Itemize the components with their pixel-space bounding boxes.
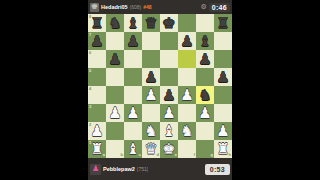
square-e6[interactable] (160, 50, 178, 68)
white-pawn-c3: ♟ (124, 104, 142, 122)
top-player-bar: ♚ Hedadri05 (608) #48 ⚙ 0:46 (88, 0, 232, 14)
square-c3[interactable]: ♟ (124, 104, 142, 122)
square-g3[interactable]: ♟ (196, 104, 214, 122)
square-h4[interactable] (214, 86, 232, 104)
rank-label-3: 3 (89, 105, 91, 109)
square-e2[interactable]: ♝ (160, 122, 178, 140)
avatar-pawn-icon: ♟ (92, 165, 99, 173)
file-label-h: h (229, 153, 231, 157)
square-f8[interactable] (178, 14, 196, 32)
white-pawn-h2: ♟ (214, 122, 232, 140)
square-g5[interactable] (196, 68, 214, 86)
black-pawn-h5: ♟ (214, 68, 232, 86)
black-bishop-g7: ♝ (196, 32, 214, 50)
bottom-player-rating: (751) (137, 166, 149, 172)
top-player-avatar[interactable]: ♚ (90, 3, 99, 12)
square-f7[interactable]: ♟ (178, 32, 196, 50)
square-d2[interactable]: ♞ (142, 122, 160, 140)
square-a7[interactable]: 7♟ (88, 32, 106, 50)
rank-label-7: 7 (89, 33, 91, 37)
square-f1[interactable]: f (178, 140, 196, 158)
square-c4[interactable] (124, 86, 142, 104)
square-f5[interactable] (178, 68, 196, 86)
white-knight-d2: ♞ (142, 122, 160, 140)
square-e7[interactable] (160, 32, 178, 50)
file-label-e: e (175, 153, 177, 157)
square-a3[interactable]: 3 (88, 104, 106, 122)
white-pawn-f4: ♟ (178, 86, 196, 104)
black-pawn-b6: ♟ (106, 50, 124, 68)
square-e1[interactable]: e♚ (160, 140, 178, 158)
square-d3[interactable] (142, 104, 160, 122)
black-knight-g4: ♞ (196, 86, 214, 104)
white-bishop-e2: ♝ (160, 122, 178, 140)
square-h7[interactable] (214, 32, 232, 50)
square-d7[interactable] (142, 32, 160, 50)
rank-label-8: 8 (89, 15, 91, 19)
square-a4[interactable]: 4 (88, 86, 106, 104)
square-d4[interactable]: ♟ (142, 86, 160, 104)
file-label-g: g (211, 153, 213, 157)
bottom-player-name: Pebblepaw2 (103, 166, 135, 172)
black-king-e8: ♚ (160, 14, 178, 32)
rank-label-1: 1 (89, 141, 91, 145)
black-queen-d8: ♛ (142, 14, 160, 32)
square-b5[interactable] (106, 68, 124, 86)
avatar-king-icon: ♚ (91, 3, 98, 11)
square-f3[interactable] (178, 104, 196, 122)
file-label-f: f (194, 153, 195, 157)
top-player-clock: 0:46 (209, 3, 230, 12)
chess-board[interactable]: 8♜♞♝♛♚♜7♟♟♟♝6♟♟5♟♟4♟♟♟♞3♟♟♟♟2♟♞♝♞♟1a♜bc♝… (88, 14, 232, 158)
square-a2[interactable]: 2♟ (88, 122, 106, 140)
square-e5[interactable] (160, 68, 178, 86)
rank-label-5: 5 (89, 69, 91, 73)
square-h8[interactable]: ♜ (214, 14, 232, 32)
square-f2[interactable]: ♞ (178, 122, 196, 140)
game-panel: ♚ Hedadri05 (608) #48 ⚙ 0:46 8♜♞♝♛♚♜7♟♟♟… (88, 0, 232, 180)
black-pawn-g6: ♟ (196, 50, 214, 68)
bottom-player-clock: 0:53 (205, 164, 230, 175)
square-e4[interactable]: ♟ (160, 86, 178, 104)
top-player-rating: (608) (130, 4, 142, 10)
square-g8[interactable] (196, 14, 214, 32)
square-g7[interactable]: ♝ (196, 32, 214, 50)
square-b4[interactable] (106, 86, 124, 104)
square-g2[interactable] (196, 122, 214, 140)
square-h6[interactable] (214, 50, 232, 68)
square-b2[interactable] (106, 122, 124, 140)
black-rook-h8: ♜ (214, 14, 232, 32)
black-knight-b8: ♞ (106, 14, 124, 32)
file-label-a: a (103, 153, 105, 157)
square-b8[interactable]: ♞ (106, 14, 124, 32)
square-c1[interactable]: c♝ (124, 140, 142, 158)
settings-gear-icon[interactable]: ⚙ (201, 4, 207, 11)
file-label-d: d (157, 153, 159, 157)
white-pawn-d4: ♟ (142, 86, 160, 104)
square-b1[interactable]: b (106, 140, 124, 158)
square-f4[interactable]: ♟ (178, 86, 196, 104)
square-a5[interactable]: 5 (88, 68, 106, 86)
square-c8[interactable]: ♝ (124, 14, 142, 32)
bottom-player-avatar[interactable]: ♟ (90, 164, 101, 175)
rank-label-2: 2 (89, 123, 91, 127)
square-b3[interactable]: ♟ (106, 104, 124, 122)
letterboxed-screen: ♚ Hedadri05 (608) #48 ⚙ 0:46 8♜♞♝♛♚♜7♟♟♟… (0, 0, 320, 180)
white-pawn-g3: ♟ (196, 104, 214, 122)
top-player-name: Hedadri05 (101, 4, 128, 10)
white-pawn-e3: ♟ (160, 104, 178, 122)
square-a1[interactable]: 1a♜ (88, 140, 106, 158)
square-c5[interactable] (124, 68, 142, 86)
square-e3[interactable]: ♟ (160, 104, 178, 122)
square-a6[interactable]: 6 (88, 50, 106, 68)
square-a8[interactable]: 8♜ (88, 14, 106, 32)
rank-label-4: 4 (89, 87, 91, 91)
square-d8[interactable]: ♛ (142, 14, 160, 32)
square-e8[interactable]: ♚ (160, 14, 178, 32)
black-bishop-c8: ♝ (124, 14, 142, 32)
file-label-c: c (139, 153, 141, 157)
square-d5[interactable]: ♟ (142, 68, 160, 86)
square-h3[interactable] (214, 104, 232, 122)
square-d6[interactable] (142, 50, 160, 68)
square-g6[interactable]: ♟ (196, 50, 214, 68)
top-player-badge: #48 (143, 4, 151, 10)
square-b7[interactable] (106, 32, 124, 50)
square-f6[interactable] (178, 50, 196, 68)
file-label-b: b (121, 153, 123, 157)
square-h2[interactable]: ♟ (214, 122, 232, 140)
square-d1[interactable]: d♛ (142, 140, 160, 158)
square-b6[interactable]: ♟ (106, 50, 124, 68)
black-pawn-e4: ♟ (160, 86, 178, 104)
bottom-player-nameline: Pebblepaw2 (751) (103, 166, 148, 172)
square-c6[interactable] (124, 50, 142, 68)
white-pawn-b3: ♟ (106, 104, 124, 122)
square-g4[interactable]: ♞ (196, 86, 214, 104)
top-player-nameline: Hedadri05 (608) #48 (101, 4, 152, 10)
square-c7[interactable]: ♟ (124, 32, 142, 50)
black-pawn-d5: ♟ (142, 68, 160, 86)
black-pawn-f7: ♟ (178, 32, 196, 50)
black-pawn-c7: ♟ (124, 32, 142, 50)
white-knight-f2: ♞ (178, 122, 196, 140)
square-g1[interactable]: g (196, 140, 214, 158)
square-h1[interactable]: h♜ (214, 140, 232, 158)
square-c2[interactable] (124, 122, 142, 140)
square-h5[interactable]: ♟ (214, 68, 232, 86)
rank-label-6: 6 (89, 51, 91, 55)
bottom-player-bar: ♟ Pebblepaw2 (751) 0:53 (88, 158, 232, 180)
